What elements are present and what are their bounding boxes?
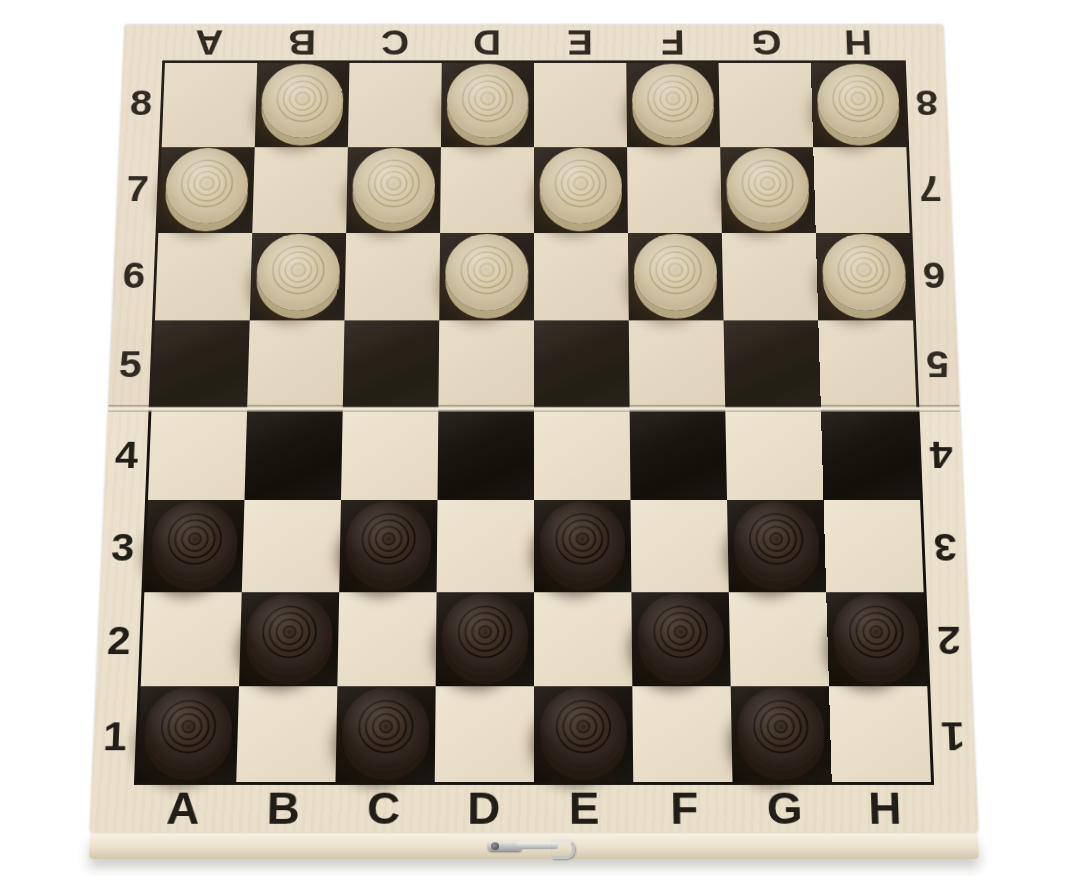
checker-black-a1[interactable]	[143, 687, 233, 771]
file-label-bottom: A	[132, 783, 234, 833]
square-b3[interactable]	[242, 500, 341, 592]
rank-label-right: 1	[930, 688, 975, 785]
file-label-bottom: G	[734, 783, 835, 833]
checker-black-b2[interactable]	[245, 593, 333, 676]
checker-black-e3[interactable]	[540, 501, 626, 582]
square-d2[interactable]	[436, 592, 534, 686]
square-d5[interactable]	[438, 320, 534, 409]
square-d1[interactable]	[435, 686, 534, 782]
file-label-bottom: C	[333, 783, 434, 833]
photo-background: ABCDEFGH ABCDEFGH 87654321 87654321	[0, 0, 1068, 876]
square-f4[interactable]	[630, 409, 727, 500]
square-g2[interactable]	[729, 592, 829, 686]
rank-label-right: 3	[923, 501, 968, 594]
file-label-top: D	[441, 25, 534, 62]
checker-white-d6[interactable]	[445, 234, 528, 311]
rank-label-left: 3	[100, 501, 145, 594]
checker-white-b6[interactable]	[256, 234, 341, 311]
square-c4[interactable]	[341, 409, 438, 500]
checker-white-h6[interactable]	[821, 234, 907, 311]
rank-label-left: 6	[112, 232, 155, 320]
square-b1[interactable]	[236, 686, 337, 782]
file-label-top: E	[534, 25, 627, 62]
square-c5[interactable]	[343, 320, 439, 409]
checker-black-a3[interactable]	[151, 501, 239, 582]
file-label-top: G	[719, 25, 813, 62]
square-h2[interactable]	[826, 592, 927, 686]
square-g7[interactable]	[720, 147, 816, 233]
square-f5[interactable]	[629, 320, 725, 409]
square-h7[interactable]	[813, 147, 909, 233]
checker-black-c3[interactable]	[345, 501, 431, 582]
file-label-top: C	[348, 25, 441, 62]
checker-black-e1[interactable]	[540, 687, 627, 771]
square-d8[interactable]	[441, 63, 534, 147]
checker-white-f6[interactable]	[634, 234, 718, 311]
square-f2[interactable]	[631, 592, 730, 686]
file-label-top: A	[162, 25, 256, 62]
rank-label-right: 5	[916, 320, 960, 410]
rank-label-right: 4	[919, 409, 963, 500]
square-d3[interactable]	[437, 500, 534, 592]
checker-white-h8[interactable]	[816, 64, 900, 138]
square-b7[interactable]	[252, 147, 348, 233]
checker-white-a7[interactable]	[164, 148, 249, 223]
square-c3[interactable]	[339, 500, 437, 592]
checker-black-g3[interactable]	[733, 501, 820, 582]
square-a3[interactable]	[144, 500, 244, 592]
file-label-top: F	[627, 25, 720, 62]
square-g1[interactable]	[731, 686, 832, 782]
folding-checkers-board: ABCDEFGH ABCDEFGH 87654321 87654321	[89, 25, 979, 859]
square-e7[interactable]	[534, 147, 628, 233]
square-e4[interactable]	[534, 409, 631, 500]
file-label-top: B	[255, 25, 349, 62]
square-b2[interactable]	[239, 592, 339, 686]
square-h8[interactable]	[811, 63, 907, 147]
checker-white-g7[interactable]	[726, 148, 810, 223]
square-g3[interactable]	[727, 500, 826, 592]
rank-label-right: 7	[909, 145, 952, 231]
square-g6[interactable]	[722, 233, 818, 320]
square-e2[interactable]	[534, 592, 632, 686]
rank-label-left: 7	[116, 145, 159, 231]
file-label-bottom: F	[634, 783, 735, 833]
square-g4[interactable]	[725, 409, 823, 500]
square-e1[interactable]	[534, 686, 633, 782]
square-b8[interactable]	[255, 63, 350, 147]
square-e8[interactable]	[534, 63, 627, 147]
square-a7[interactable]	[158, 147, 254, 233]
square-b6[interactable]	[250, 233, 346, 320]
rank-label-left: 4	[104, 409, 148, 500]
rank-label-left: 1	[92, 688, 137, 785]
square-f3[interactable]	[631, 500, 729, 592]
squares-grid	[134, 60, 934, 785]
board-front-edge	[89, 834, 979, 859]
square-e5[interactable]	[534, 320, 630, 409]
square-g5[interactable]	[724, 320, 821, 409]
checker-black-g1[interactable]	[737, 687, 826, 771]
square-h1[interactable]	[829, 686, 931, 782]
file-label-bottom: D	[434, 783, 534, 833]
rank-label-left: 8	[120, 60, 162, 145]
square-g8[interactable]	[719, 63, 814, 147]
square-c2[interactable]	[337, 592, 436, 686]
board-face: ABCDEFGH ABCDEFGH 87654321 87654321	[90, 25, 978, 833]
rank-label-right: 8	[906, 60, 948, 145]
latch-hook	[488, 837, 580, 855]
rank-label-right: 6	[912, 232, 955, 320]
square-e6[interactable]	[534, 233, 629, 320]
square-d4[interactable]	[437, 409, 534, 500]
checker-white-d8[interactable]	[447, 64, 529, 138]
square-b5[interactable]	[247, 320, 344, 409]
checker-black-f2[interactable]	[637, 593, 724, 676]
square-h4[interactable]	[821, 409, 920, 500]
square-e3[interactable]	[534, 500, 631, 592]
file-label-bottom: E	[534, 783, 634, 833]
rank-label-right: 2	[927, 594, 972, 689]
file-label-top: H	[812, 25, 906, 62]
fold-seam	[108, 405, 959, 412]
file-label-bottom: B	[233, 783, 334, 833]
file-labels-bottom: ABCDEFGH	[132, 783, 936, 833]
square-d7[interactable]	[440, 147, 534, 233]
checker-white-c7[interactable]	[352, 148, 435, 223]
square-h6[interactable]	[816, 233, 913, 320]
square-a6[interactable]	[155, 233, 252, 320]
latch-screw-icon	[491, 842, 499, 850]
checker-white-b8[interactable]	[261, 64, 344, 138]
square-a8[interactable]	[162, 63, 258, 147]
square-c1[interactable]	[335, 686, 435, 782]
square-a2[interactable]	[141, 592, 242, 686]
square-a4[interactable]	[148, 409, 247, 500]
square-h5[interactable]	[818, 320, 916, 409]
square-d6[interactable]	[439, 233, 534, 320]
rank-label-left: 2	[96, 594, 141, 689]
square-f8[interactable]	[626, 63, 720, 147]
square-c8[interactable]	[348, 63, 442, 147]
square-f6[interactable]	[628, 233, 724, 320]
square-a1[interactable]	[137, 686, 239, 782]
square-c6[interactable]	[344, 233, 440, 320]
square-f7[interactable]	[627, 147, 722, 233]
checker-black-d2[interactable]	[442, 593, 528, 676]
checker-white-f8[interactable]	[632, 64, 715, 138]
square-h3[interactable]	[824, 500, 924, 592]
latch-hook-end-icon	[552, 839, 575, 859]
square-b4[interactable]	[244, 409, 342, 500]
checker-white-e7[interactable]	[540, 148, 623, 223]
square-f1[interactable]	[632, 686, 732, 782]
square-c7[interactable]	[346, 147, 441, 233]
file-label-bottom: H	[834, 783, 936, 833]
checker-black-h2[interactable]	[832, 593, 921, 676]
file-labels-top: ABCDEFGH	[162, 25, 905, 61]
square-a5[interactable]	[151, 320, 249, 409]
checker-black-c1[interactable]	[342, 687, 430, 771]
rank-label-left: 5	[108, 320, 152, 410]
